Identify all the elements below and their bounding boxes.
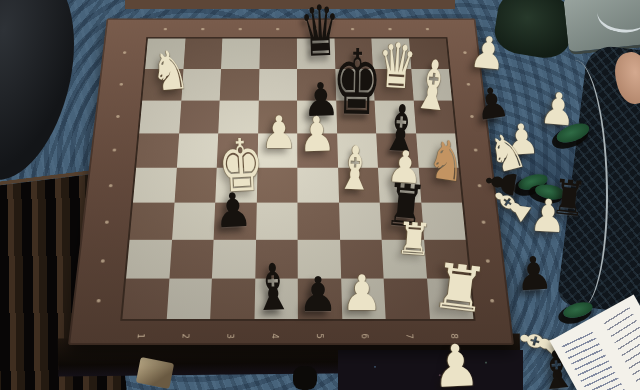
piece-white-pawn-d5[interactable]: ♟	[261, 110, 297, 155]
square-a3[interactable]	[130, 203, 175, 240]
right-border-mark	[490, 299, 494, 302]
square-d7[interactable]	[258, 69, 297, 101]
offboard-white-pawn-table[interactable]: ♟	[431, 336, 481, 390]
square-e4[interactable]	[297, 167, 338, 203]
right-border-mark	[467, 83, 471, 86]
bottom-label-7: 7	[404, 333, 414, 338]
piece-white-rook-h1[interactable]: ♜	[429, 254, 492, 322]
square-c8[interactable]	[221, 39, 260, 69]
square-c7[interactable]	[220, 69, 259, 101]
bottom-label-5: 5	[315, 333, 325, 338]
right-border-mark	[482, 221, 486, 224]
left-border-mark	[105, 221, 109, 224]
square-b1[interactable]	[166, 279, 212, 319]
left-border-mark	[119, 83, 123, 86]
bottom-label-4: 4	[270, 333, 280, 338]
left-border-mark	[112, 149, 116, 152]
square-b8[interactable]	[183, 39, 222, 69]
square-b5[interactable]	[176, 133, 218, 167]
square-d3[interactable]	[256, 203, 298, 240]
top-border-mark	[201, 28, 204, 31]
top-border-mark	[276, 28, 279, 31]
board-hinge	[136, 357, 174, 389]
square-c1[interactable]	[210, 279, 255, 319]
bottom-label-2: 2	[180, 333, 190, 338]
top-border-mark	[164, 28, 168, 31]
piece-white-knight-a7[interactable]: ♞	[149, 43, 191, 100]
top-border-mark	[426, 28, 430, 31]
square-b6[interactable]	[179, 100, 220, 133]
square-b3[interactable]	[172, 203, 216, 240]
square-b2[interactable]	[169, 240, 214, 279]
piece-black-pawn-e1[interactable]: ♟	[298, 270, 338, 318]
square-a6[interactable]	[139, 100, 181, 133]
right-border-mark	[474, 149, 478, 152]
square-a2[interactable]	[126, 240, 172, 279]
offboard-white-pawn-carpet-1[interactable]: ♟	[538, 86, 577, 133]
piece-white-pawn-e5[interactable]: ♟	[298, 109, 336, 158]
offboard-white-pawn-carpet-3[interactable]: ♟	[529, 192, 568, 239]
square-g1[interactable]	[384, 279, 430, 319]
piece-black-bishop-d1[interactable]: ♝	[252, 255, 294, 320]
square-c2[interactable]	[212, 240, 256, 279]
offboard-white-pawn-on-frame[interactable]: ♟	[468, 30, 508, 77]
piece-white-pawn-f1[interactable]: ♟	[342, 269, 382, 318]
left-border-mark	[116, 115, 120, 118]
piece-white-bishop-f4[interactable]: ♝	[336, 138, 375, 199]
left-border-mark	[123, 51, 127, 54]
left-border-mark	[101, 259, 105, 262]
bottom-label-6: 6	[359, 333, 369, 338]
left-border-mark	[96, 299, 100, 302]
square-e3[interactable]	[297, 203, 339, 240]
square-b4[interactable]	[174, 167, 217, 203]
right-border-mark	[470, 115, 474, 118]
top-border-mark	[239, 28, 242, 31]
offboard-black-pawn-carpet[interactable]: ♟	[514, 249, 554, 297]
square-f3[interactable]	[339, 203, 382, 240]
square-a5[interactable]	[136, 133, 179, 167]
bottom-label-3: 3	[225, 333, 235, 338]
left-border-mark	[109, 184, 113, 187]
piece-black-pawn-c3[interactable]: ♟	[213, 186, 253, 235]
right-border-mark	[463, 51, 467, 54]
bottom-label-1: 1	[135, 333, 145, 338]
square-d8[interactable]	[259, 39, 297, 69]
square-a1[interactable]	[122, 279, 169, 319]
piece-white-rook-g2[interactable]: ♜	[395, 216, 433, 262]
dark-tabletop	[338, 350, 523, 390]
photo-scene: 12345678 ♛♞♛♝♚♟♟♟♝♚♝♟♞♟♜♜♝♟♟♜♟♟♟♟♞♟♝♜♟♟♟…	[0, 0, 640, 390]
board-knob	[293, 366, 317, 390]
square-a4[interactable]	[133, 167, 177, 203]
